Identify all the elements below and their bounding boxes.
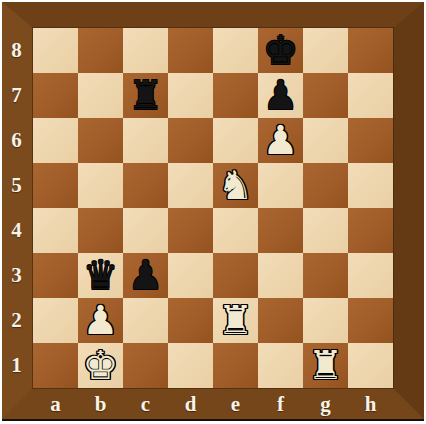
chess-diagram: ♚♜♟♟♞♛♟♟♜♚♜ 87654321abcdefgh [0, 0, 426, 424]
square-g8[interactable] [303, 28, 348, 73]
square-d7[interactable] [168, 73, 213, 118]
square-c6[interactable] [123, 118, 168, 163]
square-a8[interactable] [33, 28, 78, 73]
file-label-g: g [303, 391, 348, 419]
square-d8[interactable] [168, 28, 213, 73]
square-d6[interactable] [168, 118, 213, 163]
square-c7[interactable]: ♜ [123, 73, 168, 118]
square-e5[interactable]: ♞ [213, 163, 258, 208]
square-f1[interactable] [258, 343, 303, 388]
square-a6[interactable] [33, 118, 78, 163]
square-g4[interactable] [303, 208, 348, 253]
piece-black-pawn-c3[interactable]: ♟ [128, 255, 164, 295]
piece-black-rook-c7[interactable]: ♜ [128, 75, 164, 115]
rank-label-3: 3 [2, 253, 31, 298]
square-h4[interactable] [348, 208, 393, 253]
file-label-h: h [348, 391, 393, 419]
file-label-d: d [168, 391, 213, 419]
square-a4[interactable] [33, 208, 78, 253]
square-a2[interactable] [33, 298, 78, 343]
square-e6[interactable] [213, 118, 258, 163]
square-e4[interactable] [213, 208, 258, 253]
square-b4[interactable] [78, 208, 123, 253]
square-f5[interactable] [258, 163, 303, 208]
file-label-c: c [123, 391, 168, 419]
square-e8[interactable] [213, 28, 258, 73]
rank-label-8: 8 [2, 28, 31, 73]
square-h5[interactable] [348, 163, 393, 208]
square-c5[interactable] [123, 163, 168, 208]
square-b5[interactable] [78, 163, 123, 208]
square-h1[interactable] [348, 343, 393, 388]
square-d4[interactable] [168, 208, 213, 253]
square-g7[interactable] [303, 73, 348, 118]
square-c1[interactable] [123, 343, 168, 388]
rank-label-7: 7 [2, 73, 31, 118]
square-e7[interactable] [213, 73, 258, 118]
square-f2[interactable] [258, 298, 303, 343]
rank-label-4: 4 [2, 208, 31, 253]
square-h3[interactable] [348, 253, 393, 298]
file-label-a: a [33, 391, 78, 419]
piece-black-pawn-f7[interactable]: ♟ [263, 75, 299, 115]
square-g3[interactable] [303, 253, 348, 298]
piece-black-king-f8[interactable]: ♚ [263, 30, 299, 70]
square-b3[interactable]: ♛ [78, 253, 123, 298]
square-a5[interactable] [33, 163, 78, 208]
square-f3[interactable] [258, 253, 303, 298]
square-a7[interactable] [33, 73, 78, 118]
rank-label-1: 1 [2, 343, 31, 388]
square-b7[interactable] [78, 73, 123, 118]
rank-label-5: 5 [2, 163, 31, 208]
square-c2[interactable] [123, 298, 168, 343]
square-b6[interactable] [78, 118, 123, 163]
square-b8[interactable] [78, 28, 123, 73]
square-d5[interactable] [168, 163, 213, 208]
square-d1[interactable] [168, 343, 213, 388]
square-f7[interactable]: ♟ [258, 73, 303, 118]
square-g6[interactable] [303, 118, 348, 163]
piece-black-queen-b3[interactable]: ♛ [83, 255, 119, 295]
rank-label-6: 6 [2, 118, 31, 163]
square-d2[interactable] [168, 298, 213, 343]
square-g2[interactable] [303, 298, 348, 343]
square-c8[interactable] [123, 28, 168, 73]
square-h7[interactable] [348, 73, 393, 118]
board-grid: ♚♜♟♟♞♛♟♟♜♚♜ [33, 28, 393, 388]
piece-white-rook-g1[interactable]: ♜ [308, 345, 344, 385]
square-e1[interactable] [213, 343, 258, 388]
square-a3[interactable] [33, 253, 78, 298]
square-h6[interactable] [348, 118, 393, 163]
square-d3[interactable] [168, 253, 213, 298]
square-g1[interactable]: ♜ [303, 343, 348, 388]
file-label-b: b [78, 391, 123, 419]
square-h8[interactable] [348, 28, 393, 73]
file-label-f: f [258, 391, 303, 419]
frame-bottom-edge-line [2, 419, 424, 421]
piece-white-king-b1[interactable]: ♚ [83, 345, 119, 385]
square-f6[interactable]: ♟ [258, 118, 303, 163]
square-c3[interactable]: ♟ [123, 253, 168, 298]
square-e2[interactable]: ♜ [213, 298, 258, 343]
square-f8[interactable]: ♚ [258, 28, 303, 73]
square-e3[interactable] [213, 253, 258, 298]
square-b1[interactable]: ♚ [78, 343, 123, 388]
piece-white-rook-e2[interactable]: ♜ [218, 300, 254, 340]
square-a1[interactable] [33, 343, 78, 388]
piece-white-pawn-b2[interactable]: ♟ [83, 300, 119, 340]
piece-white-pawn-f6[interactable]: ♟ [263, 120, 299, 160]
square-g5[interactable] [303, 163, 348, 208]
square-f4[interactable] [258, 208, 303, 253]
piece-white-knight-e5[interactable]: ♞ [218, 165, 254, 205]
square-h2[interactable] [348, 298, 393, 343]
square-b2[interactable]: ♟ [78, 298, 123, 343]
square-c4[interactable] [123, 208, 168, 253]
file-label-e: e [213, 391, 258, 419]
rank-label-2: 2 [2, 298, 31, 343]
